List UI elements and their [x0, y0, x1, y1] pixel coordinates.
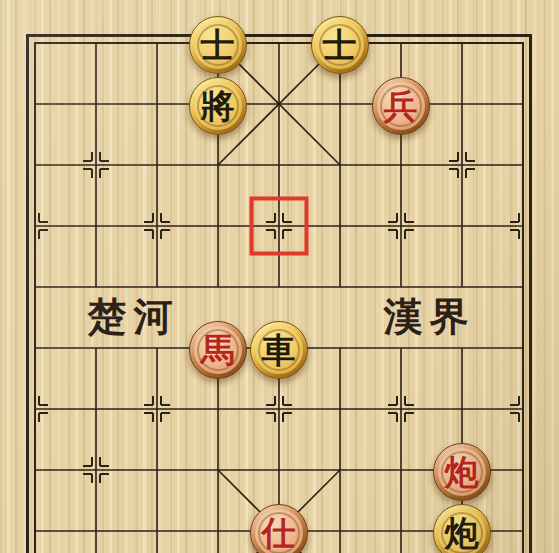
piece-glyph: 車 — [251, 322, 307, 378]
piece-red-soldier[interactable]: 兵 — [372, 77, 430, 135]
xiangqi-screenshot: 楚河 漢界 士士將兵馬車炮仕炮 — [0, 0, 559, 553]
xiangqi-board[interactable]: 士士將兵馬車炮仕炮 — [4, 12, 553, 553]
piece-glyph: 炮 — [434, 505, 490, 553]
piece-glyph: 將 — [190, 78, 246, 134]
piece-red-horse[interactable]: 馬 — [189, 321, 247, 379]
piece-glyph: 士 — [312, 17, 368, 73]
piece-glyph: 士 — [190, 17, 246, 73]
piece-black-advisor-left[interactable]: 士 — [189, 16, 247, 74]
piece-glyph: 兵 — [373, 78, 429, 134]
piece-red-cannon[interactable]: 炮 — [433, 443, 491, 501]
piece-black-advisor-right[interactable]: 士 — [311, 16, 369, 74]
piece-glyph: 炮 — [434, 444, 490, 500]
piece-red-advisor[interactable]: 仕 — [250, 504, 308, 553]
piece-glyph: 仕 — [251, 505, 307, 553]
piece-black-chariot[interactable]: 車 — [250, 321, 308, 379]
piece-black-cannon[interactable]: 炮 — [433, 504, 491, 553]
piece-glyph: 馬 — [190, 322, 246, 378]
piece-black-general[interactable]: 將 — [189, 77, 247, 135]
